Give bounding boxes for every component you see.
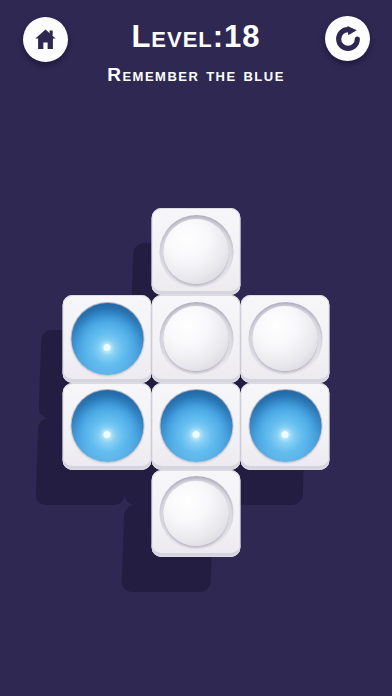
board-grid	[63, 208, 330, 557]
tile-r2c3[interactable]	[241, 295, 330, 382]
game-screen: Level:18 Remember the blue	[0, 0, 392, 696]
white-ball	[164, 481, 229, 546]
blue-ball	[160, 390, 232, 462]
home-icon	[32, 26, 59, 53]
ball-socket	[159, 302, 233, 376]
restart-icon	[334, 25, 362, 53]
tile-r2c1[interactable]	[63, 295, 152, 382]
ball-socket	[159, 476, 233, 550]
tile-r2c2[interactable]	[152, 295, 241, 382]
blue-ball	[71, 390, 143, 462]
ball-socket	[248, 302, 322, 376]
blue-ball	[249, 390, 321, 462]
tile-r1c2[interactable]	[152, 208, 241, 295]
white-ball	[164, 219, 229, 284]
tile-r4c2[interactable]	[152, 470, 241, 557]
tile-r3c3[interactable]	[241, 383, 330, 470]
board	[63, 208, 330, 557]
tile-r3c1[interactable]	[63, 383, 152, 470]
instruction-text: Remember the blue	[0, 64, 392, 86]
tile-r3c2[interactable]	[152, 383, 241, 470]
ball-socket	[159, 389, 233, 463]
home-button[interactable]	[23, 17, 68, 62]
ball-socket	[70, 302, 144, 376]
restart-button[interactable]	[325, 16, 370, 61]
white-ball	[253, 306, 318, 371]
ball-socket	[248, 389, 322, 463]
white-ball	[164, 306, 229, 371]
blue-ball	[71, 303, 143, 375]
ball-socket	[159, 215, 233, 289]
ball-socket	[70, 389, 144, 463]
level-title: Level:18	[70, 19, 322, 55]
